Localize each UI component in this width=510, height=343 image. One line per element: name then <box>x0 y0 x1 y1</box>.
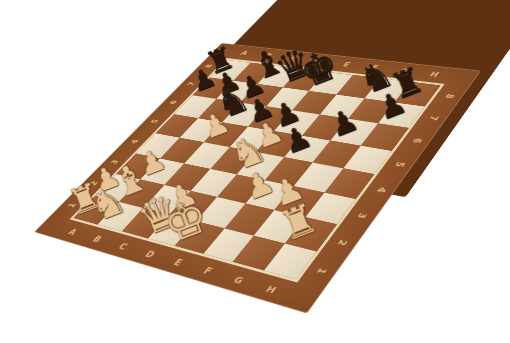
rank-label-right-7: 7 <box>426 115 440 121</box>
rank-label-right-2: 2 <box>334 239 349 247</box>
rank-label-right-6: 6 <box>409 138 423 145</box>
file-label-near-D: D <box>143 249 157 259</box>
file-label-near-E: E <box>172 257 185 267</box>
file-label-near-F: F <box>201 266 214 276</box>
rank-label-left-6: 6 <box>168 100 179 105</box>
photo-canvas: ♜♝♛♚♞♜♟♟♟♟♞♟♟♟♟♟♟♞♟♟♟♟♝♟♜♜♞♛♚ AA11BB22CC… <box>0 0 510 343</box>
file-label-near-H: H <box>264 283 279 295</box>
rank-label-left-5: 5 <box>149 119 160 124</box>
square-e1[interactable]: ♚ <box>175 221 225 254</box>
rank-label-left-4: 4 <box>129 138 140 144</box>
rank-label-right-1: 1 <box>314 267 329 276</box>
square-h7[interactable]: ♟ <box>378 102 425 128</box>
rank-label-right-8: 8 <box>442 93 455 99</box>
rank-label-right-4: 4 <box>374 186 388 193</box>
rank-label-right-3: 3 <box>354 212 369 220</box>
rank-label-right-5: 5 <box>392 161 406 168</box>
file-label-near-B: B <box>91 234 104 243</box>
file-label-near-G: G <box>232 274 247 285</box>
board-grid: ♜♝♛♚♞♜♟♟♟♟♞♟♟♟♟♟♟♞♟♟♟♟♝♟♜♜♞♛♚ <box>70 58 445 282</box>
file-label-near-A: A <box>66 227 79 236</box>
file-label-near-C: C <box>117 242 130 252</box>
